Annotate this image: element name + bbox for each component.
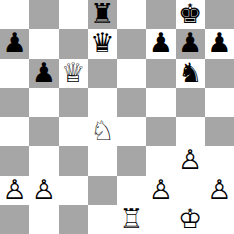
square-e6[interactable] (117, 59, 146, 88)
white-king-icon: ♔ (178, 205, 202, 233)
square-a5[interactable] (0, 88, 29, 117)
square-f1[interactable] (146, 205, 175, 234)
square-c1[interactable] (59, 205, 88, 234)
square-d8[interactable]: ♜ (88, 0, 117, 29)
square-h8[interactable] (205, 0, 234, 29)
square-c4[interactable] (59, 117, 88, 146)
square-e5[interactable] (117, 88, 146, 117)
square-c5[interactable] (59, 88, 88, 117)
square-b1[interactable] (29, 205, 58, 234)
square-f2[interactable]: ♙ (146, 176, 175, 205)
square-h2[interactable]: ♙ (205, 176, 234, 205)
square-g1[interactable]: ♔ (176, 205, 205, 234)
square-g4[interactable] (176, 117, 205, 146)
black-pawn-icon: ♟ (149, 29, 173, 57)
square-f8[interactable] (146, 0, 175, 29)
black-pawn-icon: ♟ (32, 59, 56, 87)
square-e4[interactable] (117, 117, 146, 146)
square-b6[interactable]: ♟ (29, 59, 58, 88)
white-rook-icon: ♖ (120, 205, 144, 233)
black-pawn-icon: ♟ (3, 29, 27, 57)
square-b3[interactable] (29, 146, 58, 175)
white-queen-icon: ♕ (61, 59, 85, 87)
black-knight-icon: ♞ (178, 59, 202, 87)
square-e3[interactable] (117, 146, 146, 175)
square-b2[interactable]: ♙ (29, 176, 58, 205)
square-g8[interactable]: ♚ (176, 0, 205, 29)
square-a7[interactable]: ♟ (0, 29, 29, 58)
square-e7[interactable] (117, 29, 146, 58)
chess-board: ♜♚♟♛♟♟♟♟♕♞♘♙♙♙♙♙♖♔ (0, 0, 234, 234)
square-h3[interactable] (205, 146, 234, 175)
square-b7[interactable] (29, 29, 58, 58)
white-pawn-icon: ♙ (3, 176, 27, 204)
black-pawn-icon: ♟ (178, 29, 202, 57)
square-f4[interactable] (146, 117, 175, 146)
square-h7[interactable]: ♟ (205, 29, 234, 58)
square-a8[interactable] (0, 0, 29, 29)
square-f3[interactable] (146, 146, 175, 175)
square-d2[interactable] (88, 176, 117, 205)
square-h5[interactable] (205, 88, 234, 117)
square-f7[interactable]: ♟ (146, 29, 175, 58)
square-a1[interactable] (0, 205, 29, 234)
square-g3[interactable]: ♙ (176, 146, 205, 175)
square-c2[interactable] (59, 176, 88, 205)
black-rook-icon: ♜ (90, 0, 114, 28)
white-pawn-icon: ♙ (207, 176, 231, 204)
square-g5[interactable] (176, 88, 205, 117)
white-knight-icon: ♘ (90, 117, 114, 145)
square-g6[interactable]: ♞ (176, 59, 205, 88)
square-e8[interactable] (117, 0, 146, 29)
square-b8[interactable] (29, 0, 58, 29)
square-c3[interactable] (59, 146, 88, 175)
square-c8[interactable] (59, 0, 88, 29)
square-h6[interactable] (205, 59, 234, 88)
square-h1[interactable] (205, 205, 234, 234)
square-g7[interactable]: ♟ (176, 29, 205, 58)
square-d5[interactable] (88, 88, 117, 117)
black-queen-icon: ♛ (90, 29, 114, 57)
square-a2[interactable]: ♙ (0, 176, 29, 205)
square-a4[interactable] (0, 117, 29, 146)
square-c7[interactable] (59, 29, 88, 58)
square-a3[interactable] (0, 146, 29, 175)
square-c6[interactable]: ♕ (59, 59, 88, 88)
square-f6[interactable] (146, 59, 175, 88)
square-h4[interactable] (205, 117, 234, 146)
square-e1[interactable]: ♖ (117, 205, 146, 234)
square-d3[interactable] (88, 146, 117, 175)
square-g2[interactable] (176, 176, 205, 205)
black-pawn-icon: ♟ (207, 29, 231, 57)
square-b5[interactable] (29, 88, 58, 117)
chess-diagram: ♜♚♟♛♟♟♟♟♕♞♘♙♙♙♙♙♖♔ (0, 0, 234, 234)
black-king-icon: ♚ (178, 0, 202, 28)
square-e2[interactable] (117, 176, 146, 205)
white-pawn-icon: ♙ (32, 176, 56, 204)
white-pawn-icon: ♙ (178, 146, 202, 174)
square-d4[interactable]: ♘ (88, 117, 117, 146)
square-d6[interactable] (88, 59, 117, 88)
square-d7[interactable]: ♛ (88, 29, 117, 58)
square-a6[interactable] (0, 59, 29, 88)
square-b4[interactable] (29, 117, 58, 146)
square-f5[interactable] (146, 88, 175, 117)
white-pawn-icon: ♙ (149, 176, 173, 204)
square-d1[interactable] (88, 205, 117, 234)
